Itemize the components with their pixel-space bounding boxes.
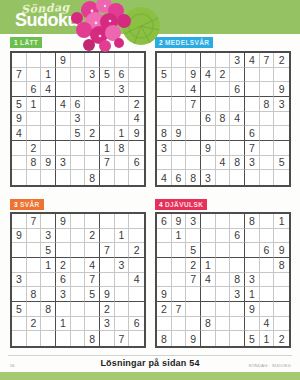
cell-r5c2[interactable] bbox=[172, 273, 187, 288]
cell-r1c1[interactable] bbox=[12, 53, 27, 68]
cell-r9c3[interactable] bbox=[41, 331, 56, 346]
cell-r8c3[interactable] bbox=[186, 317, 201, 332]
cell-r3c8[interactable]: 6 bbox=[260, 243, 275, 258]
cell-r4c7[interactable] bbox=[245, 97, 260, 112]
cell-r4c1[interactable] bbox=[157, 258, 172, 273]
cell-r7c6[interactable] bbox=[230, 141, 245, 156]
cell-r2c8[interactable] bbox=[260, 68, 275, 83]
cell-r4c6[interactable]: 4 bbox=[85, 258, 100, 273]
cell-r6c3[interactable] bbox=[186, 126, 201, 141]
cell-r1c3[interactable] bbox=[186, 53, 201, 68]
cell-r8c4[interactable]: 1 bbox=[56, 317, 71, 332]
cell-r8c8[interactable] bbox=[115, 156, 130, 171]
cell-r8c2[interactable] bbox=[172, 317, 187, 332]
cell-r5c9[interactable]: 4 bbox=[129, 112, 144, 127]
cell-r9c6[interactable]: 8 bbox=[85, 170, 100, 185]
cell-r2c3[interactable]: 9 bbox=[186, 68, 201, 83]
cell-r1c7[interactable] bbox=[100, 53, 115, 68]
cell-r6c9[interactable] bbox=[274, 287, 289, 302]
cell-r2c9[interactable] bbox=[274, 229, 289, 244]
cell-r7c2[interactable] bbox=[27, 302, 42, 317]
cell-r2c2[interactable] bbox=[172, 68, 187, 83]
cell-r2c3[interactable] bbox=[186, 229, 201, 244]
cell-r1c9[interactable] bbox=[129, 53, 144, 68]
cell-r8c3[interactable] bbox=[41, 317, 56, 332]
cell-r8c8[interactable] bbox=[260, 156, 275, 171]
cell-r4c4[interactable]: 2 bbox=[56, 258, 71, 273]
cell-r4c4[interactable]: 1 bbox=[201, 258, 216, 273]
cell-r2c4[interactable]: 4 bbox=[201, 68, 216, 83]
cell-r2c3[interactable]: 3 bbox=[41, 229, 56, 244]
cell-r2c1[interactable]: 7 bbox=[12, 68, 27, 83]
cell-r6c7[interactable]: 6 bbox=[245, 126, 260, 141]
cell-r6c5[interactable] bbox=[216, 287, 231, 302]
cell-r8c6[interactable] bbox=[230, 317, 245, 332]
cell-r9c1[interactable]: 8 bbox=[157, 331, 172, 346]
cell-r9c5[interactable] bbox=[216, 331, 231, 346]
cell-r6c8[interactable]: 1 bbox=[115, 126, 130, 141]
cell-r3c6[interactable] bbox=[230, 243, 245, 258]
cell-r1c4[interactable] bbox=[201, 53, 216, 68]
cell-r6c5[interactable]: 5 bbox=[71, 126, 86, 141]
cell-r9c6[interactable] bbox=[230, 170, 245, 185]
cell-r7c6[interactable] bbox=[85, 141, 100, 156]
cell-r4c4[interactable]: 4 bbox=[56, 97, 71, 112]
cell-r2c9[interactable] bbox=[274, 68, 289, 83]
cell-r7c3[interactable] bbox=[186, 141, 201, 156]
cell-r8c5[interactable] bbox=[216, 317, 231, 332]
cell-r7c9[interactable] bbox=[274, 141, 289, 156]
cell-r6c1[interactable]: 8 bbox=[157, 126, 172, 141]
cell-r3c1[interactable] bbox=[157, 243, 172, 258]
cell-r8c5[interactable]: 4 bbox=[216, 156, 231, 171]
cell-r5c6[interactable]: 4 bbox=[230, 112, 245, 127]
cell-r7c1[interactable] bbox=[12, 141, 27, 156]
cell-r3c9[interactable] bbox=[129, 82, 144, 97]
cell-r8c6[interactable]: 8 bbox=[230, 156, 245, 171]
cell-r5c3[interactable] bbox=[186, 112, 201, 127]
cell-r1c7[interactable]: 4 bbox=[245, 53, 260, 68]
cell-r4c3[interactable]: 7 bbox=[186, 97, 201, 112]
cell-r1c3[interactable] bbox=[41, 214, 56, 229]
cell-r9c3[interactable]: 9 bbox=[186, 331, 201, 346]
cell-r3c4[interactable] bbox=[56, 243, 71, 258]
cell-r2c4[interactable] bbox=[56, 68, 71, 83]
cell-r2c7[interactable] bbox=[100, 229, 115, 244]
cell-r5c6[interactable] bbox=[85, 112, 100, 127]
cell-r5c2[interactable] bbox=[27, 112, 42, 127]
cell-r9c4[interactable] bbox=[56, 331, 71, 346]
cell-r9c9[interactable] bbox=[274, 170, 289, 185]
cell-r9c7[interactable]: 5 bbox=[245, 331, 260, 346]
cell-r4c4[interactable] bbox=[201, 97, 216, 112]
cell-r6c6[interactable] bbox=[230, 126, 245, 141]
cell-r5c7[interactable] bbox=[100, 112, 115, 127]
cell-r3c6[interactable] bbox=[85, 243, 100, 258]
cell-r5c8[interactable] bbox=[115, 273, 130, 288]
cell-r1c8[interactable] bbox=[115, 53, 130, 68]
cell-r6c8[interactable] bbox=[115, 287, 130, 302]
cell-r4c1[interactable] bbox=[157, 97, 172, 112]
cell-r6c4[interactable] bbox=[56, 126, 71, 141]
cell-r7c7[interactable]: 2 bbox=[100, 302, 115, 317]
cell-r7c4[interactable] bbox=[56, 141, 71, 156]
cell-r2c8[interactable]: 6 bbox=[115, 68, 130, 83]
cell-r9c8[interactable] bbox=[260, 170, 275, 185]
cell-r9c7[interactable] bbox=[245, 170, 260, 185]
cell-r1c4[interactable] bbox=[201, 214, 216, 229]
cell-r6c2[interactable]: 9 bbox=[172, 126, 187, 141]
cell-r2c7[interactable]: 5 bbox=[100, 68, 115, 83]
cell-r7c9[interactable] bbox=[129, 141, 144, 156]
cell-r5c9[interactable] bbox=[274, 112, 289, 127]
cell-r2c3[interactable]: 1 bbox=[41, 68, 56, 83]
cell-r8c1[interactable] bbox=[157, 317, 172, 332]
cell-r4c2[interactable] bbox=[172, 97, 187, 112]
cell-r8c5[interactable] bbox=[71, 156, 86, 171]
cell-r7c6[interactable] bbox=[85, 302, 100, 317]
cell-r8c5[interactable] bbox=[71, 317, 86, 332]
cell-r5c3[interactable] bbox=[41, 273, 56, 288]
cell-r6c7[interactable]: 9 bbox=[100, 287, 115, 302]
cell-r6c7[interactable]: 1 bbox=[245, 287, 260, 302]
cell-r9c4[interactable] bbox=[201, 331, 216, 346]
cell-r5c3[interactable]: 7 bbox=[186, 273, 201, 288]
cell-r7c5[interactable] bbox=[216, 141, 231, 156]
cell-r4c3[interactable]: 1 bbox=[41, 258, 56, 273]
cell-r1c4[interactable]: 9 bbox=[56, 53, 71, 68]
cell-r1c8[interactable] bbox=[260, 214, 275, 229]
cell-r8c9[interactable]: 6 bbox=[129, 317, 144, 332]
cell-r9c5[interactable] bbox=[71, 331, 86, 346]
cell-r7c7[interactable]: 7 bbox=[245, 141, 260, 156]
cell-r3c7[interactable] bbox=[245, 243, 260, 258]
cell-r4c3[interactable] bbox=[41, 97, 56, 112]
cell-r3c9[interactable]: 2 bbox=[129, 243, 144, 258]
cell-r5c2[interactable] bbox=[27, 273, 42, 288]
cell-r2c1[interactable]: 9 bbox=[12, 229, 27, 244]
cell-r4c7[interactable] bbox=[245, 258, 260, 273]
cell-r1c3[interactable]: 3 bbox=[186, 214, 201, 229]
cell-r8c8[interactable]: 4 bbox=[260, 317, 275, 332]
cell-r6c1[interactable] bbox=[12, 287, 27, 302]
cell-r9c2[interactable]: 6 bbox=[172, 170, 187, 185]
cell-r9c6[interactable] bbox=[230, 331, 245, 346]
cell-r8c7[interactable] bbox=[245, 317, 260, 332]
cell-r2c4[interactable] bbox=[56, 229, 71, 244]
cell-r5c6[interactable]: 8 bbox=[230, 273, 245, 288]
cell-r7c2[interactable] bbox=[172, 141, 187, 156]
cell-r2c5[interactable] bbox=[216, 229, 231, 244]
cell-r6c3[interactable] bbox=[186, 287, 201, 302]
cell-r3c7[interactable] bbox=[100, 82, 115, 97]
cell-r3c2[interactable] bbox=[172, 82, 187, 97]
cell-r2c5[interactable] bbox=[71, 68, 86, 83]
cell-r6c6[interactable]: 5 bbox=[85, 287, 100, 302]
cell-r9c9[interactable] bbox=[129, 170, 144, 185]
cell-r3c5[interactable] bbox=[216, 243, 231, 258]
cell-r5c5[interactable]: 8 bbox=[216, 112, 231, 127]
cell-r1c9[interactable]: 2 bbox=[274, 53, 289, 68]
cell-r1c5[interactable] bbox=[216, 214, 231, 229]
cell-r6c4[interactable] bbox=[201, 287, 216, 302]
cell-r9c8[interactable]: 7 bbox=[115, 331, 130, 346]
cell-r2c2[interactable] bbox=[27, 68, 42, 83]
cell-r9c2[interactable] bbox=[27, 331, 42, 346]
cell-r1c5[interactable] bbox=[71, 53, 86, 68]
cell-r9c3[interactable] bbox=[41, 170, 56, 185]
cell-r9c5[interactable] bbox=[216, 170, 231, 185]
cell-r7c2[interactable]: 2 bbox=[27, 141, 42, 156]
cell-r3c2[interactable] bbox=[27, 243, 42, 258]
cell-r6c9[interactable] bbox=[129, 287, 144, 302]
cell-r5c1[interactable]: 3 bbox=[12, 273, 27, 288]
cell-r8c4[interactable]: 8 bbox=[201, 317, 216, 332]
cell-r7c3[interactable] bbox=[41, 141, 56, 156]
cell-r8c1[interactable] bbox=[157, 156, 172, 171]
cell-r4c9[interactable] bbox=[129, 258, 144, 273]
cell-r7c3[interactable]: 8 bbox=[41, 302, 56, 317]
cell-r2c2[interactable]: 1 bbox=[172, 229, 187, 244]
cell-r1c5[interactable] bbox=[71, 214, 86, 229]
cell-r1c3[interactable] bbox=[41, 53, 56, 68]
cell-r1c2[interactable]: 7 bbox=[27, 214, 42, 229]
cell-r2c6[interactable]: 6 bbox=[230, 229, 245, 244]
cell-r2c6[interactable]: 3 bbox=[85, 68, 100, 83]
cell-r5c5[interactable] bbox=[71, 273, 86, 288]
cell-r8c4[interactable]: 3 bbox=[56, 156, 71, 171]
cell-r7c4[interactable] bbox=[201, 302, 216, 317]
cell-r1c2[interactable] bbox=[27, 53, 42, 68]
cell-r1c1[interactable] bbox=[157, 53, 172, 68]
cell-r1c7[interactable] bbox=[100, 214, 115, 229]
cell-r7c1[interactable]: 2 bbox=[157, 302, 172, 317]
cell-r7c5[interactable] bbox=[216, 302, 231, 317]
cell-r4c9[interactable]: 8 bbox=[274, 258, 289, 273]
cell-r1c6[interactable]: 3 bbox=[230, 53, 245, 68]
cell-r5c9[interactable] bbox=[274, 273, 289, 288]
cell-r6c3[interactable] bbox=[41, 287, 56, 302]
cell-r7c9[interactable] bbox=[129, 302, 144, 317]
cell-r9c4[interactable] bbox=[56, 170, 71, 185]
cell-r9c7[interactable] bbox=[100, 170, 115, 185]
cell-r3c4[interactable] bbox=[201, 82, 216, 97]
cell-r2c7[interactable] bbox=[245, 68, 260, 83]
cell-r5c8[interactable] bbox=[260, 112, 275, 127]
cell-r2c9[interactable] bbox=[129, 229, 144, 244]
cell-r4c1[interactable]: 5 bbox=[12, 97, 27, 112]
cell-r4c5[interactable] bbox=[216, 97, 231, 112]
cell-r7c7[interactable]: 1 bbox=[100, 141, 115, 156]
cell-r8c3[interactable]: 9 bbox=[41, 156, 56, 171]
cell-r3c1[interactable] bbox=[12, 82, 27, 97]
cell-r5c8[interactable] bbox=[260, 273, 275, 288]
cell-r7c4[interactable]: 9 bbox=[201, 141, 216, 156]
cell-r1c8[interactable] bbox=[115, 214, 130, 229]
cell-r5c4[interactable]: 4 bbox=[201, 273, 216, 288]
cell-r1c8[interactable]: 7 bbox=[260, 53, 275, 68]
cell-r7c6[interactable] bbox=[230, 302, 245, 317]
cell-r5c1[interactable] bbox=[157, 273, 172, 288]
cell-r9c9[interactable] bbox=[129, 331, 144, 346]
cell-r3c3[interactable]: 4 bbox=[41, 82, 56, 97]
cell-r7c5[interactable] bbox=[71, 141, 86, 156]
cell-r5c4[interactable]: 6 bbox=[56, 273, 71, 288]
cell-r4c6[interactable] bbox=[230, 258, 245, 273]
cell-r4c5[interactable]: 6 bbox=[71, 97, 86, 112]
cell-r3c3[interactable]: 4 bbox=[186, 82, 201, 97]
cell-r6c2[interactable] bbox=[27, 126, 42, 141]
cell-r3c7[interactable] bbox=[245, 82, 260, 97]
cell-r3c8[interactable] bbox=[115, 243, 130, 258]
cell-r9c4[interactable]: 3 bbox=[201, 170, 216, 185]
cell-r6c4[interactable] bbox=[201, 126, 216, 141]
cell-r3c2[interactable] bbox=[172, 243, 187, 258]
cell-r2c1[interactable]: 5 bbox=[157, 68, 172, 83]
cell-r4c6[interactable] bbox=[85, 97, 100, 112]
cell-r1c2[interactable]: 9 bbox=[172, 214, 187, 229]
cell-r1c9[interactable]: 1 bbox=[274, 214, 289, 229]
cell-r6c5[interactable] bbox=[216, 126, 231, 141]
cell-r1c1[interactable]: 6 bbox=[157, 214, 172, 229]
cell-r5c1[interactable] bbox=[157, 112, 172, 127]
cell-r1c5[interactable] bbox=[216, 53, 231, 68]
cell-r6c9[interactable]: 9 bbox=[129, 126, 144, 141]
cell-r8c7[interactable]: 3 bbox=[100, 317, 115, 332]
cell-r5c5[interactable]: 3 bbox=[71, 112, 86, 127]
cell-r6c6[interactable]: 3 bbox=[230, 287, 245, 302]
cell-r8c9[interactable]: 6 bbox=[129, 156, 144, 171]
cell-r8c1[interactable] bbox=[12, 317, 27, 332]
cell-r6c8[interactable] bbox=[260, 126, 275, 141]
cell-r3c5[interactable] bbox=[71, 243, 86, 258]
cell-r4c8[interactable] bbox=[115, 97, 130, 112]
cell-r4c5[interactable] bbox=[216, 258, 231, 273]
cell-r9c6[interactable]: 8 bbox=[85, 331, 100, 346]
cell-r2c8[interactable] bbox=[260, 229, 275, 244]
cell-r4c3[interactable]: 2 bbox=[186, 258, 201, 273]
cell-r3c5[interactable] bbox=[71, 82, 86, 97]
cell-r1c6[interactable] bbox=[85, 53, 100, 68]
cell-r2c2[interactable] bbox=[27, 229, 42, 244]
cell-r1c4[interactable]: 9 bbox=[56, 214, 71, 229]
cell-r4c8[interactable]: 8 bbox=[260, 97, 275, 112]
cell-r5c1[interactable]: 9 bbox=[12, 112, 27, 127]
cell-r8c2[interactable]: 2 bbox=[27, 317, 42, 332]
cell-r1c9[interactable] bbox=[129, 214, 144, 229]
cell-r5c7[interactable] bbox=[245, 112, 260, 127]
cell-r4c7[interactable] bbox=[100, 258, 115, 273]
cell-r6c8[interactable] bbox=[260, 287, 275, 302]
cell-r3c3[interactable]: 5 bbox=[41, 243, 56, 258]
cell-r1c6[interactable] bbox=[230, 214, 245, 229]
cell-r6c9[interactable] bbox=[274, 126, 289, 141]
cell-r9c1[interactable] bbox=[12, 331, 27, 346]
cell-r6c6[interactable]: 2 bbox=[85, 126, 100, 141]
cell-r3c2[interactable]: 6 bbox=[27, 82, 42, 97]
cell-r8c3[interactable] bbox=[186, 156, 201, 171]
cell-r4c8[interactable]: 3 bbox=[115, 258, 130, 273]
cell-r9c1[interactable] bbox=[12, 170, 27, 185]
cell-r5c7[interactable] bbox=[100, 273, 115, 288]
cell-r8c2[interactable] bbox=[172, 156, 187, 171]
cell-r5c3[interactable] bbox=[41, 112, 56, 127]
cell-r2c9[interactable] bbox=[129, 68, 144, 83]
cell-r6c1[interactable]: 4 bbox=[12, 126, 27, 141]
cell-r3c8[interactable] bbox=[260, 82, 275, 97]
cell-r7c1[interactable]: 3 bbox=[157, 141, 172, 156]
cell-r3c3[interactable]: 5 bbox=[186, 243, 201, 258]
cell-r9c3[interactable]: 8 bbox=[186, 170, 201, 185]
cell-r4c2[interactable] bbox=[172, 258, 187, 273]
cell-r4c2[interactable] bbox=[27, 258, 42, 273]
cell-r8c6[interactable] bbox=[85, 317, 100, 332]
cell-r4c5[interactable] bbox=[71, 258, 86, 273]
cell-r3c7[interactable]: 7 bbox=[100, 243, 115, 258]
cell-r9c7[interactable] bbox=[100, 331, 115, 346]
cell-r2c5[interactable] bbox=[71, 229, 86, 244]
cell-r7c8[interactable]: 8 bbox=[115, 141, 130, 156]
cell-r7c9[interactable] bbox=[274, 302, 289, 317]
cell-r5c2[interactable] bbox=[172, 112, 187, 127]
cell-r3c4[interactable] bbox=[201, 243, 216, 258]
cell-r4c6[interactable] bbox=[230, 97, 245, 112]
cell-r4c8[interactable] bbox=[260, 258, 275, 273]
cell-r8c9[interactable]: 5 bbox=[274, 156, 289, 171]
cell-r7c8[interactable] bbox=[260, 302, 275, 317]
cell-r9c8[interactable] bbox=[115, 170, 130, 185]
cell-r2c1[interactable] bbox=[157, 229, 172, 244]
cell-r8c8[interactable] bbox=[115, 317, 130, 332]
cell-r6c2[interactable]: 8 bbox=[27, 287, 42, 302]
cell-r3c1[interactable] bbox=[12, 243, 27, 258]
cell-r3c5[interactable] bbox=[216, 82, 231, 97]
cell-r9c5[interactable] bbox=[71, 170, 86, 185]
cell-r9c2[interactable] bbox=[172, 331, 187, 346]
cell-r6c5[interactable] bbox=[71, 287, 86, 302]
cell-r4c9[interactable]: 2 bbox=[129, 97, 144, 112]
cell-r5c5[interactable] bbox=[216, 273, 231, 288]
cell-r7c8[interactable] bbox=[260, 141, 275, 156]
cell-r2c6[interactable]: 2 bbox=[85, 229, 100, 244]
cell-r3c6[interactable] bbox=[85, 82, 100, 97]
cell-r3c6[interactable]: 6 bbox=[230, 82, 245, 97]
cell-r7c4[interactable] bbox=[56, 302, 71, 317]
cell-r4c7[interactable] bbox=[100, 97, 115, 112]
cell-r7c5[interactable] bbox=[71, 302, 86, 317]
cell-r8c6[interactable] bbox=[85, 156, 100, 171]
cell-r8c4[interactable] bbox=[201, 156, 216, 171]
cell-r2c4[interactable] bbox=[201, 229, 216, 244]
cell-r3c4[interactable] bbox=[56, 82, 71, 97]
cell-r6c4[interactable]: 3 bbox=[56, 287, 71, 302]
cell-r3c1[interactable] bbox=[157, 82, 172, 97]
cell-r3c9[interactable]: 9 bbox=[274, 243, 289, 258]
cell-r8c7[interactable]: 7 bbox=[100, 156, 115, 171]
cell-r4c2[interactable]: 1 bbox=[27, 97, 42, 112]
cell-r5c8[interactable] bbox=[115, 112, 130, 127]
cell-r8c1[interactable] bbox=[12, 156, 27, 171]
cell-r6c2[interactable] bbox=[172, 287, 187, 302]
cell-r7c2[interactable]: 7 bbox=[172, 302, 187, 317]
cell-r3c8[interactable]: 3 bbox=[115, 82, 130, 97]
cell-r1c7[interactable]: 8 bbox=[245, 214, 260, 229]
cell-r2c7[interactable] bbox=[245, 229, 260, 244]
cell-r7c3[interactable] bbox=[186, 302, 201, 317]
cell-r5c4[interactable]: 6 bbox=[201, 112, 216, 127]
cell-r2c8[interactable]: 1 bbox=[115, 229, 130, 244]
cell-r2c6[interactable] bbox=[230, 68, 245, 83]
